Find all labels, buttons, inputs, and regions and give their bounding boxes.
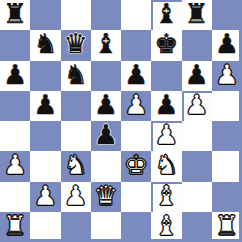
square-e1[interactable] bbox=[121, 212, 151, 242]
square-e8[interactable] bbox=[121, 0, 151, 30]
square-a4[interactable] bbox=[0, 121, 30, 151]
square-g1[interactable] bbox=[182, 212, 212, 242]
square-f2[interactable]: ♝ bbox=[151, 182, 181, 212]
piece-black-pawn[interactable]: ♟ bbox=[3, 61, 27, 90]
square-b3[interactable] bbox=[30, 151, 60, 181]
piece-white-pawn[interactable]: ♟ bbox=[185, 91, 209, 120]
square-c2[interactable]: ♟ bbox=[61, 182, 91, 212]
square-g3[interactable] bbox=[182, 151, 212, 181]
square-f3[interactable]: ♞ bbox=[151, 151, 181, 181]
square-h1[interactable]: ♜ bbox=[212, 212, 242, 242]
square-b2[interactable]: ♟ bbox=[30, 182, 60, 212]
square-g6[interactable]: ♟ bbox=[182, 61, 212, 91]
square-g8[interactable]: ♜ bbox=[182, 0, 212, 30]
piece-black-bishop[interactable]: ♝ bbox=[94, 30, 118, 59]
square-f6[interactable] bbox=[151, 61, 181, 91]
square-a1[interactable]: ♜ bbox=[0, 212, 30, 242]
square-e4[interactable] bbox=[121, 121, 151, 151]
square-e3[interactable]: ♚ bbox=[121, 151, 151, 181]
square-c3[interactable]: ♞ bbox=[61, 151, 91, 181]
piece-black-queen[interactable]: ♛ bbox=[64, 30, 88, 59]
square-c6[interactable]: ♞ bbox=[61, 61, 91, 91]
square-h3[interactable] bbox=[212, 151, 242, 181]
square-a3[interactable]: ♟ bbox=[0, 151, 30, 181]
piece-white-pawn[interactable]: ♟ bbox=[64, 182, 88, 211]
square-h8[interactable] bbox=[212, 0, 242, 30]
piece-white-rook[interactable]: ♜ bbox=[3, 212, 27, 241]
square-f4[interactable]: ♟ bbox=[151, 121, 181, 151]
piece-white-queen[interactable]: ♛ bbox=[94, 182, 118, 211]
piece-black-pawn[interactable]: ♟ bbox=[124, 61, 148, 90]
piece-white-pawn[interactable]: ♟ bbox=[124, 91, 148, 120]
square-d4[interactable]: ♟ bbox=[91, 121, 121, 151]
piece-white-knight[interactable]: ♞ bbox=[154, 151, 178, 180]
square-g7[interactable] bbox=[182, 30, 212, 60]
square-b1[interactable] bbox=[30, 212, 60, 242]
square-c1[interactable] bbox=[61, 212, 91, 242]
square-f1[interactable]: ♝ bbox=[151, 212, 181, 242]
piece-white-rook[interactable]: ♜ bbox=[215, 212, 239, 241]
square-b4[interactable] bbox=[30, 121, 60, 151]
piece-black-rook[interactable]: ♜ bbox=[185, 0, 209, 29]
piece-white-bishop[interactable]: ♝ bbox=[154, 182, 178, 211]
square-h5[interactable] bbox=[212, 91, 242, 121]
square-b7[interactable]: ♞ bbox=[30, 30, 60, 60]
square-h7[interactable]: ♟ bbox=[212, 30, 242, 60]
piece-black-knight[interactable]: ♞ bbox=[64, 61, 88, 90]
square-f7[interactable]: ♚ bbox=[151, 30, 181, 60]
chess-board: ♜♝♜♞♛♝♚♟♟♞♟♟♟♟♟♟♟♟♟♟♟♞♚♞♟♟♛♝♜♝♜ bbox=[0, 0, 242, 242]
piece-black-rook[interactable]: ♜ bbox=[3, 0, 27, 29]
piece-white-pawn[interactable]: ♟ bbox=[3, 151, 27, 180]
piece-black-pawn[interactable]: ♟ bbox=[94, 91, 118, 120]
square-f8[interactable]: ♝ bbox=[151, 0, 181, 30]
square-a6[interactable]: ♟ bbox=[0, 61, 30, 91]
piece-white-pawn[interactable]: ♟ bbox=[215, 61, 239, 90]
square-a2[interactable] bbox=[0, 182, 30, 212]
square-c5[interactable] bbox=[61, 91, 91, 121]
square-b6[interactable] bbox=[30, 61, 60, 91]
board-edge-right bbox=[239, 0, 242, 242]
square-d8[interactable] bbox=[91, 0, 121, 30]
piece-black-pawn[interactable]: ♟ bbox=[154, 91, 178, 120]
board-grid: ♜♝♜♞♛♝♚♟♟♞♟♟♟♟♟♟♟♟♟♟♟♞♚♞♟♟♛♝♜♝♜ bbox=[0, 0, 242, 242]
square-e7[interactable] bbox=[121, 30, 151, 60]
square-g5[interactable]: ♟ bbox=[182, 91, 212, 121]
square-c8[interactable] bbox=[61, 0, 91, 30]
square-e5[interactable]: ♟ bbox=[121, 91, 151, 121]
square-a7[interactable] bbox=[0, 30, 30, 60]
piece-black-king[interactable]: ♚ bbox=[154, 30, 178, 59]
piece-black-pawn[interactable]: ♟ bbox=[94, 121, 118, 150]
square-b8[interactable] bbox=[30, 0, 60, 30]
square-e6[interactable]: ♟ bbox=[121, 61, 151, 91]
square-f5[interactable]: ♟ bbox=[151, 91, 181, 121]
piece-black-bishop[interactable]: ♝ bbox=[154, 0, 178, 29]
square-c7[interactable]: ♛ bbox=[61, 30, 91, 60]
square-h6[interactable]: ♟ bbox=[212, 61, 242, 91]
square-d7[interactable]: ♝ bbox=[91, 30, 121, 60]
piece-white-pawn[interactable]: ♟ bbox=[33, 182, 57, 211]
square-h4[interactable] bbox=[212, 121, 242, 151]
square-h2[interactable] bbox=[212, 182, 242, 212]
piece-white-pawn[interactable]: ♟ bbox=[154, 121, 178, 150]
piece-black-pawn[interactable]: ♟ bbox=[33, 91, 57, 120]
square-b5[interactable]: ♟ bbox=[30, 91, 60, 121]
square-d5[interactable]: ♟ bbox=[91, 91, 121, 121]
square-e2[interactable] bbox=[121, 182, 151, 212]
square-c4[interactable] bbox=[61, 121, 91, 151]
square-a5[interactable] bbox=[0, 91, 30, 121]
piece-black-pawn[interactable]: ♟ bbox=[215, 30, 239, 59]
square-g2[interactable] bbox=[182, 182, 212, 212]
piece-black-pawn[interactable]: ♟ bbox=[185, 61, 209, 90]
piece-white-bishop[interactable]: ♝ bbox=[154, 212, 178, 241]
square-d1[interactable] bbox=[91, 212, 121, 242]
square-d6[interactable] bbox=[91, 61, 121, 91]
piece-white-knight[interactable]: ♞ bbox=[64, 151, 88, 180]
piece-black-knight[interactable]: ♞ bbox=[33, 30, 57, 59]
square-d3[interactable] bbox=[91, 151, 121, 181]
piece-white-king[interactable]: ♚ bbox=[124, 151, 148, 180]
square-d2[interactable]: ♛ bbox=[91, 182, 121, 212]
square-a8[interactable]: ♜ bbox=[0, 0, 30, 30]
square-g4[interactable] bbox=[182, 121, 212, 151]
